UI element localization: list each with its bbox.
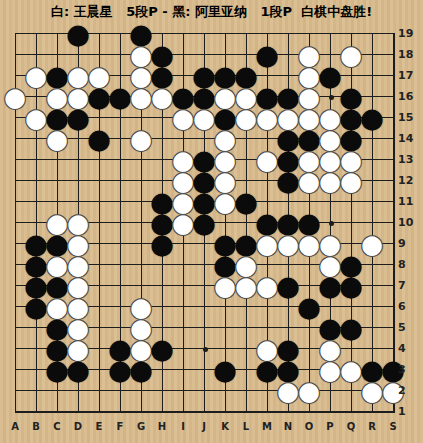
stone-black: ● [89, 86, 110, 107]
stone-black: ● [68, 107, 89, 128]
stone-black: ● [68, 359, 89, 380]
row-label-10: 10 [398, 212, 420, 233]
stone-white: ● [194, 107, 215, 128]
column-label-J: J [194, 421, 215, 432]
column-label-E: E [89, 421, 110, 432]
stone-white: ● [173, 107, 194, 128]
stone-black: ● [320, 275, 341, 296]
stone-white: ● [341, 170, 362, 191]
stone-white: ● [215, 191, 236, 212]
stone-black: ● [152, 338, 173, 359]
stone-white: ● [47, 128, 68, 149]
stone-black: ● [131, 359, 152, 380]
column-label-N: N [278, 421, 299, 432]
row-label-13: 13 [398, 149, 420, 170]
stone-white: ● [26, 107, 47, 128]
row-label-11: 11 [398, 191, 420, 212]
stone-white: ● [362, 233, 383, 254]
stone-white: ● [299, 170, 320, 191]
stone-white: ● [26, 65, 47, 86]
column-label-Q: Q [341, 421, 362, 432]
row-label-18: 18 [398, 44, 420, 65]
column-label-O: O [299, 421, 320, 432]
stone-black: ● [68, 23, 89, 44]
stone-white: ● [257, 149, 278, 170]
stone-white: ● [131, 128, 152, 149]
row-label-4: 4 [398, 338, 420, 359]
go-board-diagram: 白: 王晨星 5段P - 黑: 阿里亚纳 1段P 白棋中盘胜! ●●●●●●●●… [0, 0, 423, 443]
stone-white: ● [320, 359, 341, 380]
column-label-K: K [215, 421, 236, 432]
stone-white: ● [152, 86, 173, 107]
row-label-17: 17 [398, 65, 420, 86]
stone-white: ● [362, 380, 383, 401]
column-label-P: P [320, 421, 341, 432]
row-label-2: 2 [398, 380, 420, 401]
row-label-6: 6 [398, 296, 420, 317]
column-label-R: R [362, 421, 383, 432]
game-info-header: 白: 王晨星 5段P - 黑: 阿里亚纳 1段P 白棋中盘胜! [0, 3, 423, 21]
stone-black: ● [236, 191, 257, 212]
column-label-I: I [173, 421, 194, 432]
stone-black: ● [194, 212, 215, 233]
stones-layer: ●●●●●●●●●●●●●●●●●●●●●●●●●●●●●●●●●●●●●●●●… [15, 33, 394, 412]
stone-white: ● [131, 86, 152, 107]
stone-white: ● [236, 107, 257, 128]
stone-black: ● [26, 296, 47, 317]
column-label-G: G [131, 421, 152, 432]
row-label-14: 14 [398, 128, 420, 149]
stone-white: ● [173, 212, 194, 233]
stone-white: ● [278, 380, 299, 401]
stone-black: ● [47, 359, 68, 380]
stone-black: ● [257, 359, 278, 380]
stone-white: ● [320, 170, 341, 191]
row-label-5: 5 [398, 317, 420, 338]
row-label-16: 16 [398, 86, 420, 107]
stone-white: ● [299, 380, 320, 401]
row-label-1: 1 [398, 401, 420, 422]
row-label-9: 9 [398, 233, 420, 254]
column-label-B: B [26, 421, 47, 432]
stone-white: ● [257, 233, 278, 254]
row-label-19: 19 [398, 23, 420, 44]
stone-black: ● [341, 317, 362, 338]
stone-black: ● [215, 359, 236, 380]
stone-black: ● [341, 275, 362, 296]
stone-white: ● [236, 275, 257, 296]
stone-black: ● [257, 44, 278, 65]
stone-white: ● [215, 275, 236, 296]
row-label-15: 15 [398, 107, 420, 128]
stone-black: ● [152, 233, 173, 254]
stone-white: ● [299, 233, 320, 254]
stone-white: ● [5, 86, 26, 107]
stone-black: ● [362, 107, 383, 128]
stone-white: ● [257, 107, 278, 128]
stone-black: ● [299, 296, 320, 317]
row-label-7: 7 [398, 275, 420, 296]
stone-black: ● [89, 128, 110, 149]
stone-white: ● [278, 233, 299, 254]
stone-black: ● [278, 275, 299, 296]
column-label-M: M [257, 421, 278, 432]
stone-black: ● [320, 65, 341, 86]
column-label-S: S [383, 421, 404, 432]
stone-black: ● [278, 170, 299, 191]
stone-black: ● [110, 359, 131, 380]
stone-black: ● [110, 86, 131, 107]
row-label-3: 3 [398, 359, 420, 380]
row-label-12: 12 [398, 170, 420, 191]
column-label-C: C [47, 421, 68, 432]
column-label-L: L [236, 421, 257, 432]
column-label-F: F [110, 421, 131, 432]
stone-white: ● [341, 359, 362, 380]
stone-white: ● [341, 44, 362, 65]
row-label-8: 8 [398, 254, 420, 275]
column-label-H: H [152, 421, 173, 432]
column-label-A: A [5, 421, 26, 432]
column-label-D: D [68, 421, 89, 432]
stone-white: ● [257, 275, 278, 296]
